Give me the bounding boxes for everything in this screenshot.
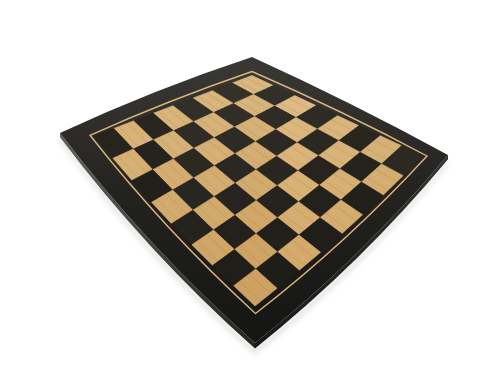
scene (0, 0, 500, 375)
chess-board (0, 0, 500, 375)
